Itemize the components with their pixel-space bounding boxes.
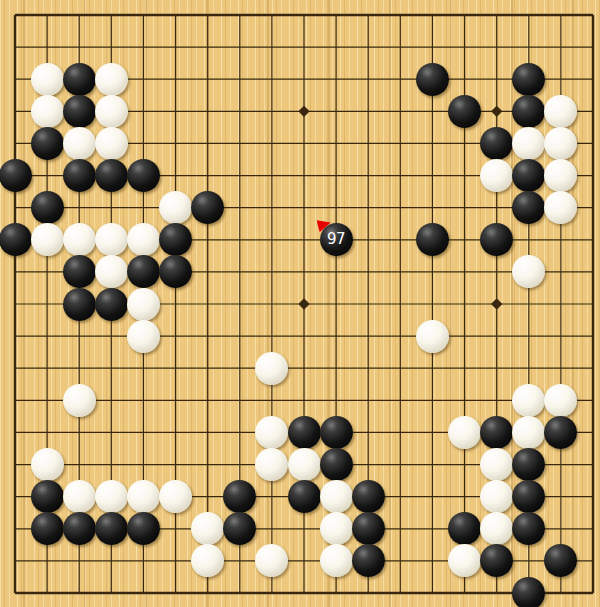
stone-white-c14r11	[416, 320, 449, 353]
stone-black-c11r15	[320, 448, 353, 481]
stone-black-c3r3	[63, 63, 96, 96]
stone-white-c10r15	[288, 448, 321, 481]
stone-black-c12r16	[352, 480, 385, 513]
stone-black-c11r14	[320, 416, 353, 449]
stone-white-c5r10	[127, 288, 160, 321]
stone-black-c3r9	[63, 255, 96, 288]
stone-white-c5r8	[127, 223, 160, 256]
stone-black-c2r7	[31, 191, 64, 224]
stone-white-c9r12	[255, 352, 288, 385]
stone-white-c17r5	[512, 127, 545, 160]
star-point	[491, 298, 502, 309]
move-number-label: 97	[320, 223, 353, 256]
stone-white-c2r8	[31, 223, 64, 256]
stone-white-c4r5	[95, 127, 128, 160]
stone-white-c4r9	[95, 255, 128, 288]
stone-black-c16r5	[480, 127, 513, 160]
stone-black-c1r8	[0, 223, 32, 256]
stone-black-c4r6	[95, 159, 128, 192]
stone-black-c2r16	[31, 480, 64, 513]
stone-black-c2r5	[31, 127, 64, 160]
stone-white-c2r15	[31, 448, 64, 481]
stone-white-c4r8	[95, 223, 128, 256]
stone-white-c4r4	[95, 95, 128, 128]
stone-black-c4r17	[95, 512, 128, 545]
stone-black-c1r6	[0, 159, 32, 192]
stone-black-c10r14	[288, 416, 321, 449]
stone-white-c4r16	[95, 480, 128, 513]
stone-white-c18r13	[544, 384, 577, 417]
stone-black-c16r14	[480, 416, 513, 449]
stone-white-c3r16	[63, 480, 96, 513]
star-point	[298, 298, 309, 309]
stone-black-c3r4	[63, 95, 96, 128]
stone-white-c11r17	[320, 512, 353, 545]
stone-white-c11r18	[320, 544, 353, 577]
stone-white-c17r13	[512, 384, 545, 417]
stone-black-c17r4	[512, 95, 545, 128]
stone-black-c17r19	[512, 577, 545, 607]
stone-white-c18r4	[544, 95, 577, 128]
stone-black-c4r10	[95, 288, 128, 321]
stone-white-c5r16	[127, 480, 160, 513]
stone-white-c3r5	[63, 127, 96, 160]
stone-white-c5r11	[127, 320, 160, 353]
stone-white-c2r3	[31, 63, 64, 96]
stone-black-c12r18	[352, 544, 385, 577]
star-point	[491, 106, 502, 117]
stone-black-c2r17	[31, 512, 64, 545]
stone-black-c10r16	[288, 480, 321, 513]
stone-white-c17r14	[512, 416, 545, 449]
stone-white-c3r13	[63, 384, 96, 417]
stone-black-c3r17	[63, 512, 96, 545]
stone-black-c17r3	[512, 63, 545, 96]
stone-black-last-move: 97	[320, 223, 353, 256]
stone-black-c15r4	[448, 95, 481, 128]
stone-white-c4r3	[95, 63, 128, 96]
go-board[interactable]: 97	[0, 0, 600, 607]
stone-white-c3r8	[63, 223, 96, 256]
stone-black-c5r6	[127, 159, 160, 192]
stone-black-c5r17	[127, 512, 160, 545]
stone-black-c3r6	[63, 159, 96, 192]
stone-black-c14r8	[416, 223, 449, 256]
stone-white-c2r4	[31, 95, 64, 128]
stone-black-c12r17	[352, 512, 385, 545]
stone-white-c15r14	[448, 416, 481, 449]
stone-black-c3r10	[63, 288, 96, 321]
star-point	[298, 106, 309, 117]
stone-black-c14r3	[416, 63, 449, 96]
stone-white-c11r16	[320, 480, 353, 513]
